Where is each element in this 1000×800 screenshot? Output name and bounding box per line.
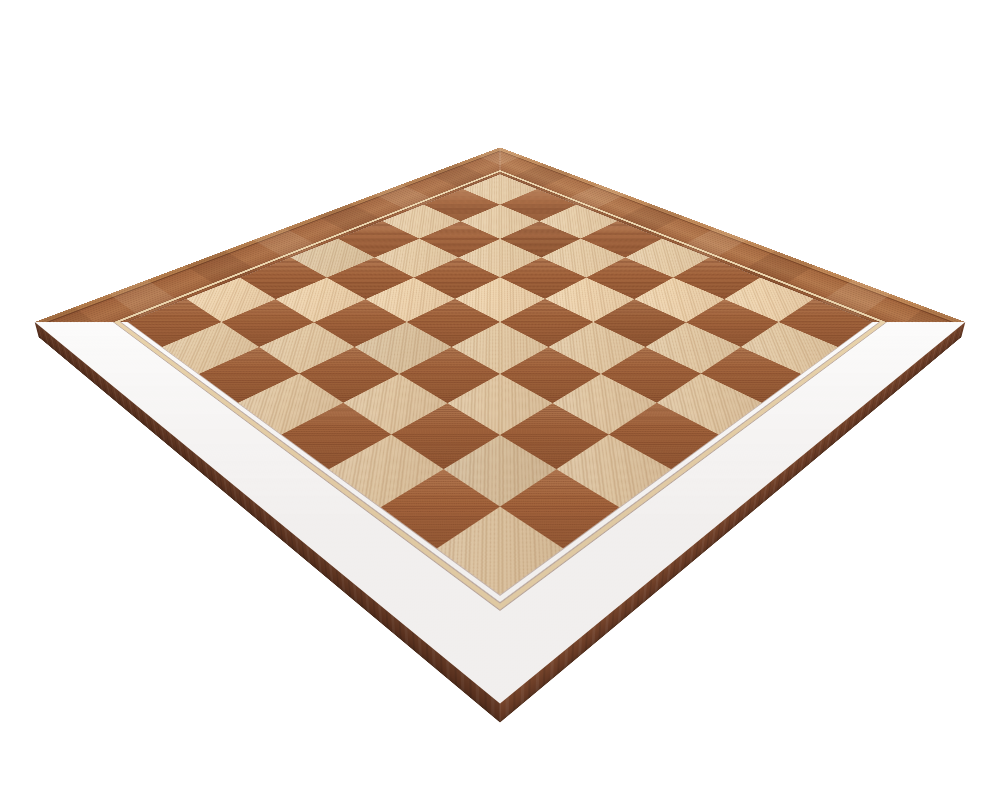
product-photo-background — [0, 0, 1000, 800]
chess-board — [35, 147, 966, 703]
playing-field — [128, 174, 872, 594]
